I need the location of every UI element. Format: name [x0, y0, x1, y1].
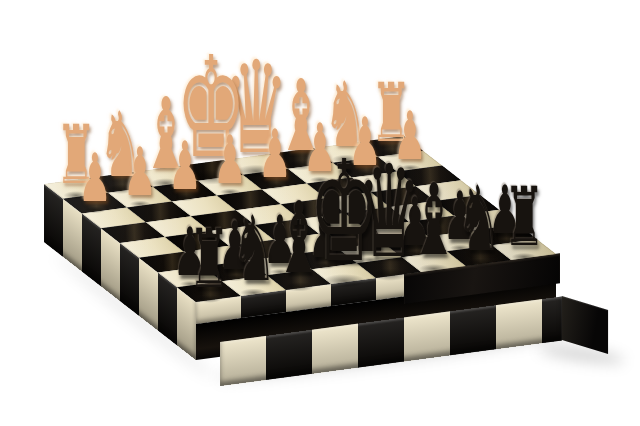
white-pawn-g2[interactable]: ♟ — [123, 138, 157, 205]
black-bishop-f8[interactable]: ♝ — [274, 189, 324, 288]
black-knight-g8[interactable]: ♞ — [231, 204, 277, 294]
white-pawn-f2[interactable]: ♟ — [168, 132, 202, 199]
white-pawn-e2[interactable]: ♟ — [213, 126, 247, 193]
black-rook-a8[interactable]: ♜ — [503, 176, 544, 257]
chess-set-photo: Modern geometric black and natural-wood … — [0, 0, 640, 426]
white-pawn-h2[interactable]: ♟ — [78, 144, 112, 211]
drawer-end-cap — [562, 296, 608, 354]
white-pawn-d2[interactable]: ♟ — [258, 120, 292, 187]
black-rook-h8[interactable]: ♜ — [188, 218, 229, 299]
black-knight-b8[interactable]: ♞ — [456, 174, 502, 264]
